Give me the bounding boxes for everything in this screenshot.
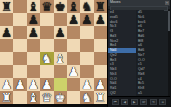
move-list-scrollbar[interactable] [168, 10, 171, 96]
square-h6[interactable] [94, 26, 107, 39]
black-knight: ♞ [80, 0, 93, 13]
square-e2[interactable] [54, 78, 67, 91]
square-a3[interactable] [0, 65, 13, 78]
square-a5[interactable] [0, 39, 13, 52]
square-b4[interactable] [13, 52, 26, 65]
scrollbar-thumb[interactable] [168, 11, 170, 31]
chess-board[interactable]: ♜♝♛♚♝♞♜♟♟♟♟♟♟♟♞♝♟♟♟♟♟♟♟♜♝♛♚♞♜ [0, 0, 107, 104]
square-e6[interactable]: ♟ [54, 26, 67, 39]
square-h8[interactable]: ♜ [94, 0, 107, 13]
playback-controls: ⏮◀▶⏭⟲≡ [108, 96, 170, 107]
square-g1[interactable]: ♞ [80, 91, 93, 104]
square-f2[interactable] [67, 78, 80, 91]
square-b1[interactable] [13, 91, 26, 104]
black-pawn: ♟ [0, 26, 13, 39]
square-f3[interactable]: ♟ [67, 65, 80, 78]
move-list[interactable]: e4d5exd5Nc6dxc6bxc6Nc3e6f3Be7Bd3Bd6Nce2B… [108, 10, 168, 96]
square-e7[interactable] [54, 13, 67, 26]
square-a6[interactable]: ♟ [0, 26, 13, 39]
black-bishop: ♝ [67, 0, 80, 13]
white-pawn: ♟ [67, 65, 80, 78]
square-h5[interactable] [94, 39, 107, 52]
square-f7[interactable]: ♟ [67, 13, 80, 26]
moves-panel: Moves × e4d5exd5Nc6dxc6bxc6Nc3e6f3Be7Bd3… [107, 0, 170, 107]
square-d6[interactable] [40, 26, 53, 39]
white-knight: ♞ [80, 91, 93, 104]
square-g4[interactable] [80, 52, 93, 65]
black-pawn: ♟ [80, 13, 93, 26]
white-rook: ♜ [0, 91, 13, 104]
square-d3[interactable] [40, 65, 53, 78]
square-a7[interactable] [0, 13, 13, 26]
white-king: ♚ [54, 91, 67, 104]
white-pawn: ♟ [27, 78, 40, 91]
white-pawn: ♟ [40, 78, 53, 91]
black-queen: ♛ [40, 0, 53, 13]
square-e5[interactable] [54, 39, 67, 52]
square-c7[interactable]: ♟ [27, 13, 40, 26]
square-e3[interactable] [54, 65, 67, 78]
white-pawn: ♟ [13, 78, 26, 91]
white-pawn: ♟ [80, 78, 93, 91]
black-pawn: ♟ [67, 13, 80, 26]
square-b2[interactable]: ♟ [13, 78, 26, 91]
first-button[interactable]: ⏮ [112, 99, 119, 105]
black-bishop: ♝ [27, 0, 40, 13]
black-pawn: ♟ [27, 13, 40, 26]
last-button[interactable]: ⏭ [140, 99, 147, 105]
square-f8[interactable]: ♝ [67, 0, 80, 13]
square-g6[interactable] [80, 26, 93, 39]
black-king: ♚ [54, 0, 67, 13]
square-c2[interactable]: ♟ [27, 78, 40, 91]
white-pawn: ♟ [0, 78, 13, 91]
white-pawn: ♟ [94, 78, 107, 91]
black-pawn: ♟ [27, 26, 40, 39]
square-c3[interactable] [27, 65, 40, 78]
square-d7[interactable] [40, 13, 53, 26]
square-h4[interactable] [94, 52, 107, 65]
square-d8[interactable]: ♛ [40, 0, 53, 13]
square-d4[interactable]: ♞ [40, 52, 53, 65]
white-rook: ♜ [94, 91, 107, 104]
square-g8[interactable]: ♞ [80, 0, 93, 13]
square-h2[interactable]: ♟ [94, 78, 107, 91]
square-h7[interactable]: ♟ [94, 13, 107, 26]
next-button[interactable]: ▶ [131, 99, 138, 105]
square-f1[interactable] [67, 91, 80, 104]
prev-button[interactable]: ◀ [121, 99, 128, 105]
board-bottom-edge [0, 104, 107, 107]
black-rook: ♜ [0, 0, 13, 13]
square-b8[interactable] [13, 0, 26, 13]
square-a2[interactable]: ♟ [0, 78, 13, 91]
square-g7[interactable]: ♟ [80, 13, 93, 26]
square-e1[interactable]: ♚ [54, 91, 67, 104]
square-d2[interactable]: ♟ [40, 78, 53, 91]
white-bishop: ♝ [27, 91, 40, 104]
square-e8[interactable]: ♚ [54, 0, 67, 13]
square-e4[interactable]: ♝ [54, 52, 67, 65]
chess-app-window: ♜♝♛♚♝♞♜♟♟♟♟♟♟♟♞♝♟♟♟♟♟♟♟♜♝♛♚♞♜ Moves × e4… [0, 0, 170, 107]
square-b3[interactable] [13, 65, 26, 78]
square-f4[interactable] [67, 52, 80, 65]
square-d5[interactable] [40, 39, 53, 52]
square-b6[interactable] [13, 26, 26, 39]
square-c6[interactable]: ♟ [27, 26, 40, 39]
square-c8[interactable]: ♝ [27, 0, 40, 13]
black-rook: ♜ [94, 0, 107, 13]
white-queen: ♛ [40, 91, 53, 104]
square-a8[interactable]: ♜ [0, 0, 13, 13]
black-pawn: ♟ [94, 13, 107, 26]
square-g2[interactable]: ♟ [80, 78, 93, 91]
square-b5[interactable] [13, 39, 26, 52]
square-f6[interactable] [67, 26, 80, 39]
square-g3[interactable] [80, 65, 93, 78]
flip-button[interactable]: ⟲ [150, 99, 157, 105]
square-c5[interactable] [27, 39, 40, 52]
square-g5[interactable] [80, 39, 93, 52]
square-a4[interactable] [0, 52, 13, 65]
square-c1[interactable]: ♝ [27, 91, 40, 104]
square-c4[interactable] [27, 52, 40, 65]
square-a1[interactable]: ♜ [0, 91, 13, 104]
square-h1[interactable]: ♜ [94, 91, 107, 104]
square-d1[interactable]: ♛ [40, 91, 53, 104]
square-h3[interactable] [94, 65, 107, 78]
black-pawn: ♟ [54, 26, 67, 39]
square-b7[interactable] [13, 13, 26, 26]
white-bishop: ♝ [54, 52, 67, 65]
close-icon[interactable]: × [165, 1, 169, 5]
moves-panel-title: Moves [110, 0, 121, 5]
menu-button[interactable]: ≡ [159, 99, 166, 105]
white-knight: ♞ [40, 52, 53, 65]
square-f5[interactable] [67, 39, 80, 52]
